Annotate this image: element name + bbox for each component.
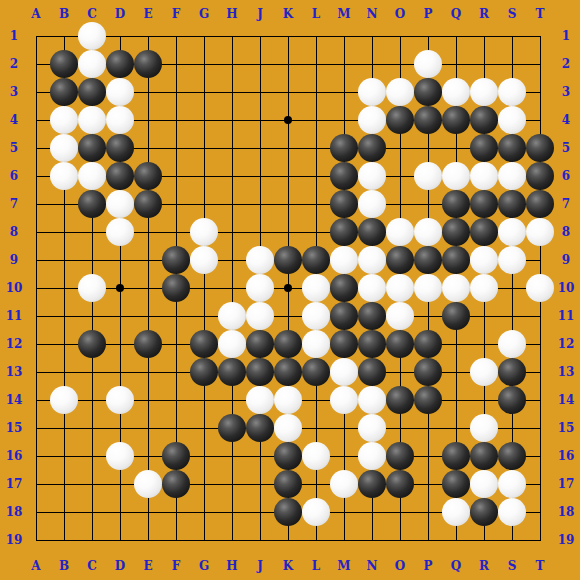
stone-white-D3[interactable] bbox=[106, 78, 134, 106]
stone-white-N9[interactable] bbox=[358, 246, 386, 274]
column-label-bottom: S bbox=[508, 560, 517, 572]
stone-white-S9[interactable] bbox=[498, 246, 526, 274]
stone-white-P10[interactable] bbox=[414, 274, 442, 302]
stone-black-M10[interactable] bbox=[330, 274, 358, 302]
stone-white-C10[interactable] bbox=[78, 274, 106, 302]
stone-black-Q9[interactable] bbox=[442, 246, 470, 274]
stone-black-N17[interactable] bbox=[358, 470, 386, 498]
stone-white-O11[interactable] bbox=[386, 302, 414, 330]
stone-white-S12[interactable] bbox=[498, 330, 526, 358]
stone-black-S13[interactable] bbox=[498, 358, 526, 386]
stone-black-E7[interactable] bbox=[134, 190, 162, 218]
stone-black-M11[interactable] bbox=[330, 302, 358, 330]
row-label-left: 19 bbox=[6, 534, 23, 546]
stone-white-Q18[interactable] bbox=[442, 498, 470, 526]
row-label-left: 11 bbox=[6, 310, 23, 322]
stone-black-L13[interactable] bbox=[302, 358, 330, 386]
column-label-top: C bbox=[87, 8, 97, 20]
grid-line-horizontal bbox=[36, 540, 541, 541]
stone-white-H11[interactable] bbox=[218, 302, 246, 330]
star-point bbox=[284, 116, 292, 124]
row-label-left: 6 bbox=[10, 170, 18, 182]
stone-white-L11[interactable] bbox=[302, 302, 330, 330]
stone-black-N12[interactable] bbox=[358, 330, 386, 358]
row-label-left: 3 bbox=[10, 86, 18, 98]
stone-black-F17[interactable] bbox=[162, 470, 190, 498]
column-label-bottom: L bbox=[312, 560, 320, 572]
column-label-bottom: E bbox=[143, 560, 152, 572]
stone-black-D6[interactable] bbox=[106, 162, 134, 190]
stone-white-L16[interactable] bbox=[302, 442, 330, 470]
go-board[interactable]: AABBCCDDEEFFGGHHJJKKLLMMNNOOPPQQRRSSTT11… bbox=[0, 0, 580, 580]
stone-white-C4[interactable] bbox=[78, 106, 106, 134]
stone-black-Q4[interactable] bbox=[442, 106, 470, 134]
row-label-right: 10 bbox=[558, 282, 575, 294]
stone-black-P3[interactable] bbox=[414, 78, 442, 106]
stone-black-J13[interactable] bbox=[246, 358, 274, 386]
stone-white-D14[interactable] bbox=[106, 386, 134, 414]
column-label-bottom: K bbox=[283, 560, 293, 572]
stone-black-T5[interactable] bbox=[526, 134, 554, 162]
stone-white-T8[interactable] bbox=[526, 218, 554, 246]
stone-white-Q10[interactable] bbox=[442, 274, 470, 302]
stone-black-P4[interactable] bbox=[414, 106, 442, 134]
stone-white-N3[interactable] bbox=[358, 78, 386, 106]
stone-white-N10[interactable] bbox=[358, 274, 386, 302]
column-label-bottom: O bbox=[395, 560, 405, 572]
stone-black-J15[interactable] bbox=[246, 414, 274, 442]
row-label-right: 19 bbox=[558, 534, 575, 546]
stone-white-M17[interactable] bbox=[330, 470, 358, 498]
stone-black-N13[interactable] bbox=[358, 358, 386, 386]
column-label-top: M bbox=[337, 8, 350, 20]
stone-white-P6[interactable] bbox=[414, 162, 442, 190]
stone-black-H15[interactable] bbox=[218, 414, 246, 442]
stone-white-S3[interactable] bbox=[498, 78, 526, 106]
stone-black-K9[interactable] bbox=[274, 246, 302, 274]
stone-black-Q7[interactable] bbox=[442, 190, 470, 218]
stone-white-B6[interactable] bbox=[50, 162, 78, 190]
stone-white-O3[interactable] bbox=[386, 78, 414, 106]
stone-white-S17[interactable] bbox=[498, 470, 526, 498]
stone-white-P8[interactable] bbox=[414, 218, 442, 246]
stone-white-O8[interactable] bbox=[386, 218, 414, 246]
row-label-left: 15 bbox=[6, 422, 23, 434]
row-label-left: 10 bbox=[6, 282, 23, 294]
column-label-bottom: J bbox=[257, 560, 263, 572]
stone-white-D7[interactable] bbox=[106, 190, 134, 218]
stone-white-J14[interactable] bbox=[246, 386, 274, 414]
stone-black-S7[interactable] bbox=[498, 190, 526, 218]
column-label-top: K bbox=[283, 8, 293, 20]
column-label-bottom: F bbox=[172, 560, 181, 572]
row-label-left: 14 bbox=[6, 394, 23, 406]
stone-white-S8[interactable] bbox=[498, 218, 526, 246]
stone-white-R3[interactable] bbox=[470, 78, 498, 106]
stone-black-C3[interactable] bbox=[78, 78, 106, 106]
stone-white-N6[interactable] bbox=[358, 162, 386, 190]
row-label-right: 8 bbox=[562, 226, 570, 238]
column-label-top: E bbox=[143, 8, 152, 20]
row-label-left: 7 bbox=[10, 198, 18, 210]
stone-black-N8[interactable] bbox=[358, 218, 386, 246]
stone-white-D8[interactable] bbox=[106, 218, 134, 246]
stone-black-O14[interactable] bbox=[386, 386, 414, 414]
stone-white-N14[interactable] bbox=[358, 386, 386, 414]
stone-black-M8[interactable] bbox=[330, 218, 358, 246]
row-label-right: 7 bbox=[562, 198, 570, 210]
row-label-right: 16 bbox=[558, 450, 575, 462]
stone-white-D4[interactable] bbox=[106, 106, 134, 134]
stone-white-G8[interactable] bbox=[190, 218, 218, 246]
row-label-right: 11 bbox=[558, 310, 575, 322]
stone-black-J12[interactable] bbox=[246, 330, 274, 358]
column-label-top: A bbox=[31, 8, 40, 20]
column-label-bottom: Q bbox=[451, 560, 461, 572]
stone-black-C7[interactable] bbox=[78, 190, 106, 218]
stone-black-R8[interactable] bbox=[470, 218, 498, 246]
stone-black-M7[interactable] bbox=[330, 190, 358, 218]
row-label-right: 15 bbox=[558, 422, 575, 434]
star-point bbox=[116, 284, 124, 292]
row-label-right: 12 bbox=[558, 338, 575, 350]
stone-white-S18[interactable] bbox=[498, 498, 526, 526]
stone-black-L9[interactable] bbox=[302, 246, 330, 274]
star-point bbox=[284, 284, 292, 292]
stone-black-C5[interactable] bbox=[78, 134, 106, 162]
column-label-top: R bbox=[479, 8, 489, 20]
row-label-right: 2 bbox=[562, 58, 570, 70]
row-label-right: 18 bbox=[558, 506, 575, 518]
stone-white-L10[interactable] bbox=[302, 274, 330, 302]
stone-white-E17[interactable] bbox=[134, 470, 162, 498]
column-label-bottom: P bbox=[423, 560, 432, 572]
stone-black-N11[interactable] bbox=[358, 302, 386, 330]
stone-black-R4[interactable] bbox=[470, 106, 498, 134]
row-label-right: 17 bbox=[558, 478, 575, 490]
column-label-bottom: D bbox=[115, 560, 125, 572]
stone-white-N16[interactable] bbox=[358, 442, 386, 470]
stone-white-M14[interactable] bbox=[330, 386, 358, 414]
stone-white-N7[interactable] bbox=[358, 190, 386, 218]
stone-white-N4[interactable] bbox=[358, 106, 386, 134]
stone-black-O4[interactable] bbox=[386, 106, 414, 134]
stone-white-R6[interactable] bbox=[470, 162, 498, 190]
stone-black-P9[interactable] bbox=[414, 246, 442, 274]
stone-white-R13[interactable] bbox=[470, 358, 498, 386]
stone-black-M5[interactable] bbox=[330, 134, 358, 162]
stone-white-J11[interactable] bbox=[246, 302, 274, 330]
stone-black-S16[interactable] bbox=[498, 442, 526, 470]
column-label-top: Q bbox=[451, 8, 461, 20]
column-label-top: N bbox=[367, 8, 378, 20]
row-label-left: 16 bbox=[6, 450, 23, 462]
stone-white-S6[interactable] bbox=[498, 162, 526, 190]
stone-black-H13[interactable] bbox=[218, 358, 246, 386]
stone-white-L18[interactable] bbox=[302, 498, 330, 526]
stone-white-D16[interactable] bbox=[106, 442, 134, 470]
stone-black-P14[interactable] bbox=[414, 386, 442, 414]
stone-black-O12[interactable] bbox=[386, 330, 414, 358]
stone-black-Q17[interactable] bbox=[442, 470, 470, 498]
row-label-left: 4 bbox=[10, 114, 18, 126]
stone-black-F16[interactable] bbox=[162, 442, 190, 470]
row-label-right: 13 bbox=[558, 366, 575, 378]
stone-black-G12[interactable] bbox=[190, 330, 218, 358]
column-label-bottom: T bbox=[536, 560, 545, 572]
stone-white-R10[interactable] bbox=[470, 274, 498, 302]
stone-white-J10[interactable] bbox=[246, 274, 274, 302]
stone-black-O9[interactable] bbox=[386, 246, 414, 274]
row-label-left: 8 bbox=[10, 226, 18, 238]
row-label-right: 4 bbox=[562, 114, 570, 126]
row-label-right: 1 bbox=[562, 30, 570, 42]
stone-black-P12[interactable] bbox=[414, 330, 442, 358]
row-label-left: 18 bbox=[6, 506, 23, 518]
column-label-top: L bbox=[312, 8, 320, 20]
column-label-top: B bbox=[59, 8, 69, 20]
stone-black-R18[interactable] bbox=[470, 498, 498, 526]
column-label-top: D bbox=[115, 8, 125, 20]
stone-black-S5[interactable] bbox=[498, 134, 526, 162]
stone-white-H12[interactable] bbox=[218, 330, 246, 358]
stone-white-K14[interactable] bbox=[274, 386, 302, 414]
stone-black-R16[interactable] bbox=[470, 442, 498, 470]
stone-white-M13[interactable] bbox=[330, 358, 358, 386]
stone-white-T10[interactable] bbox=[526, 274, 554, 302]
row-label-left: 12 bbox=[6, 338, 23, 350]
row-label-right: 5 bbox=[562, 142, 570, 154]
stone-white-C2[interactable] bbox=[78, 50, 106, 78]
stone-black-M6[interactable] bbox=[330, 162, 358, 190]
stone-white-R9[interactable] bbox=[470, 246, 498, 274]
column-label-top: P bbox=[423, 8, 432, 20]
stone-black-K18[interactable] bbox=[274, 498, 302, 526]
stone-black-C12[interactable] bbox=[78, 330, 106, 358]
column-label-bottom: H bbox=[226, 560, 237, 572]
stone-white-R15[interactable] bbox=[470, 414, 498, 442]
stone-white-C6[interactable] bbox=[78, 162, 106, 190]
row-label-right: 9 bbox=[562, 254, 570, 266]
stone-white-K15[interactable] bbox=[274, 414, 302, 442]
stone-black-F9[interactable] bbox=[162, 246, 190, 274]
stone-black-Q11[interactable] bbox=[442, 302, 470, 330]
column-label-bottom: M bbox=[337, 560, 350, 572]
row-label-right: 14 bbox=[558, 394, 575, 406]
column-label-top: H bbox=[226, 8, 237, 20]
stone-black-O17[interactable] bbox=[386, 470, 414, 498]
stone-white-B14[interactable] bbox=[50, 386, 78, 414]
stone-black-B3[interactable] bbox=[50, 78, 78, 106]
stone-white-M9[interactable] bbox=[330, 246, 358, 274]
stone-black-E2[interactable] bbox=[134, 50, 162, 78]
column-label-top: T bbox=[536, 8, 545, 20]
stone-black-Q16[interactable] bbox=[442, 442, 470, 470]
column-label-bottom: A bbox=[31, 560, 40, 572]
stone-black-T6[interactable] bbox=[526, 162, 554, 190]
row-label-right: 3 bbox=[562, 86, 570, 98]
stone-white-N15[interactable] bbox=[358, 414, 386, 442]
stone-white-G9[interactable] bbox=[190, 246, 218, 274]
stone-white-B4[interactable] bbox=[50, 106, 78, 134]
column-label-bottom: C bbox=[87, 560, 97, 572]
stone-black-Q8[interactable] bbox=[442, 218, 470, 246]
stone-black-K16[interactable] bbox=[274, 442, 302, 470]
stone-white-Q3[interactable] bbox=[442, 78, 470, 106]
stone-black-N5[interactable] bbox=[358, 134, 386, 162]
column-label-top: G bbox=[199, 8, 209, 20]
column-label-top: J bbox=[257, 8, 263, 20]
stone-black-D2[interactable] bbox=[106, 50, 134, 78]
stone-black-R5[interactable] bbox=[470, 134, 498, 162]
column-label-bottom: G bbox=[199, 560, 209, 572]
column-label-top: F bbox=[172, 8, 181, 20]
stone-black-E6[interactable] bbox=[134, 162, 162, 190]
row-label-left: 17 bbox=[6, 478, 23, 490]
row-label-left: 2 bbox=[10, 58, 18, 70]
stone-white-J9[interactable] bbox=[246, 246, 274, 274]
stone-white-S4[interactable] bbox=[498, 106, 526, 134]
stone-black-O16[interactable] bbox=[386, 442, 414, 470]
column-label-bottom: R bbox=[479, 560, 489, 572]
row-label-left: 9 bbox=[10, 254, 18, 266]
stone-black-F10[interactable] bbox=[162, 274, 190, 302]
row-label-left: 13 bbox=[6, 366, 23, 378]
stone-black-B2[interactable] bbox=[50, 50, 78, 78]
stone-black-E12[interactable] bbox=[134, 330, 162, 358]
row-label-right: 6 bbox=[562, 170, 570, 182]
stone-white-R17[interactable] bbox=[470, 470, 498, 498]
stone-black-S14[interactable] bbox=[498, 386, 526, 414]
stone-black-T7[interactable] bbox=[526, 190, 554, 218]
column-label-top: O bbox=[395, 8, 405, 20]
stone-white-C1[interactable] bbox=[78, 22, 106, 50]
stone-black-K12[interactable] bbox=[274, 330, 302, 358]
column-label-bottom: N bbox=[367, 560, 378, 572]
stone-black-M12[interactable] bbox=[330, 330, 358, 358]
stone-black-G13[interactable] bbox=[190, 358, 218, 386]
column-label-bottom: B bbox=[59, 560, 69, 572]
stone-black-D5[interactable] bbox=[106, 134, 134, 162]
row-label-left: 5 bbox=[10, 142, 18, 154]
column-label-top: S bbox=[508, 8, 517, 20]
row-label-left: 1 bbox=[10, 30, 18, 42]
stone-white-O10[interactable] bbox=[386, 274, 414, 302]
stone-black-R7[interactable] bbox=[470, 190, 498, 218]
stone-white-Q6[interactable] bbox=[442, 162, 470, 190]
stone-white-B5[interactable] bbox=[50, 134, 78, 162]
stone-white-P2[interactable] bbox=[414, 50, 442, 78]
stone-white-L12[interactable] bbox=[302, 330, 330, 358]
stone-black-K13[interactable] bbox=[274, 358, 302, 386]
stone-black-K17[interactable] bbox=[274, 470, 302, 498]
stone-black-P13[interactable] bbox=[414, 358, 442, 386]
